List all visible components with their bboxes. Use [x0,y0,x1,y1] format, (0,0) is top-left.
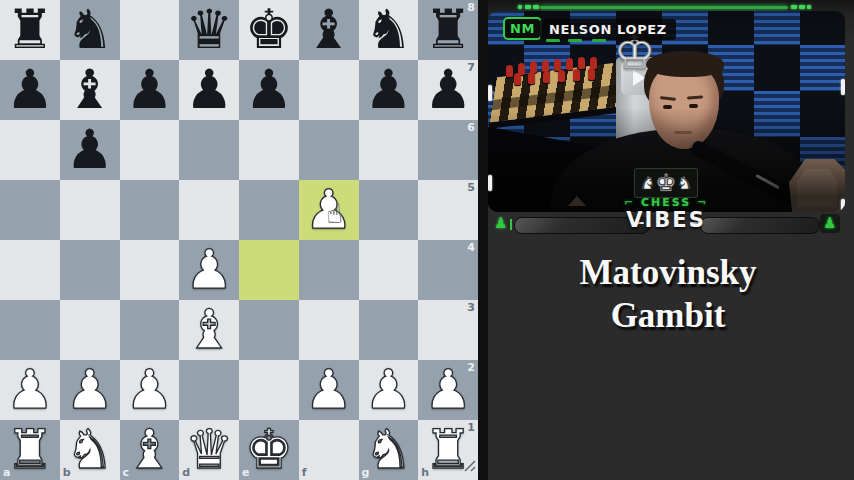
square-b3[interactable] [60,300,120,360]
square-a8[interactable]: ♜ [0,0,60,60]
board-resize-handle[interactable] [462,458,476,472]
green-dash [791,5,797,9]
rank-label-4: 4 [467,242,475,253]
square-f1[interactable]: f [299,420,359,480]
chess-vibes-logo: ♞♚♞ CHESS VIBES [478,168,854,232]
black-bishop-b7: ♝ [60,60,120,120]
square-c5[interactable] [120,180,180,240]
black-bishop-f8: ♝ [299,0,359,60]
hand-cursor: ☝ [325,200,343,228]
green-dash [799,5,805,9]
frame-mark [841,79,845,95]
white-pawn-f2: ♟ [299,360,359,420]
square-d6[interactable] [179,120,239,180]
black-knight-g8: ♞ [359,0,419,60]
black-pawn-c7: ♟ [120,60,180,120]
square-c1[interactable]: ♝c [120,420,180,480]
rank-label-5: 5 [467,182,475,193]
opening-title: Matovinsky Gambit [488,252,848,338]
square-f6[interactable] [299,120,359,180]
green-dash [518,5,522,9]
frame-mark [488,85,492,101]
file-label-g: g [362,467,370,478]
square-g2[interactable]: ♟ [359,360,419,420]
square-d5[interactable] [179,180,239,240]
square-h5[interactable]: 5 [418,180,478,240]
square-d4[interactable]: ♟ [179,240,239,300]
black-pawn-g7: ♟ [359,60,419,120]
black-queen-d8: ♛ [179,0,239,60]
square-c6[interactable] [120,120,180,180]
square-h2[interactable]: ♟2 [418,360,478,420]
square-h3[interactable]: 3 [418,300,478,360]
square-e5[interactable] [239,180,299,240]
rank-label-8: 8 [467,2,475,13]
file-label-h: h [421,467,429,478]
black-knight-b8: ♞ [60,0,120,60]
knight-icon: ♞ [677,173,692,193]
green-dash [592,39,606,42]
green-dash [546,39,560,42]
title-line-1: Matovinsky [488,252,848,294]
rank-label-1: 1 [467,422,475,433]
rank-label-6: 6 [467,122,475,133]
black-pawn-a7: ♟ [0,60,60,120]
square-g5[interactable] [359,180,419,240]
file-label-b: b [63,467,71,478]
streamer-name: NELSON LOPEZ [540,19,676,40]
square-f8[interactable]: ♝ [299,0,359,60]
square-e2[interactable] [239,360,299,420]
square-f2[interactable]: ♟ [299,360,359,420]
rank-label-3: 3 [467,302,475,313]
square-a3[interactable] [0,300,60,360]
title-badge: NM [503,17,542,40]
black-pawn-e7: ♟ [239,60,299,120]
square-b8[interactable]: ♞ [60,0,120,60]
file-label-c: c [123,467,130,478]
panel-gutter [478,0,488,480]
square-g8[interactable]: ♞ [359,0,419,60]
file-label-f: f [302,467,307,478]
king-icon: ♚ [655,169,677,197]
square-f5[interactable]: ♟☝ [299,180,359,240]
square-d1[interactable]: ♛d [179,420,239,480]
square-d8[interactable]: ♛ [179,0,239,60]
file-label-e: e [242,467,249,478]
square-b7[interactable]: ♝ [60,60,120,120]
square-h8[interactable]: ♜8 [418,0,478,60]
square-h4[interactable]: 4 [418,240,478,300]
square-a4[interactable] [0,240,60,300]
square-g3[interactable] [359,300,419,360]
logo-vibes-text: VIBES [478,208,854,232]
stream-frame-line [540,6,788,9]
chess-board[interactable]: ♜♞♛♚♝♞♜8♟♝♟♟♟♟♟7♟6♟☝5♟4♝3♟♟♟♟♟♟2♜a♞b♝c♛d… [0,0,478,480]
white-pawn-d4: ♟ [179,240,239,300]
square-h6[interactable]: 6 [418,120,478,180]
square-e3[interactable] [239,300,299,360]
green-dash [533,5,539,9]
square-e4[interactable] [239,240,299,300]
square-c7[interactable]: ♟ [120,60,180,120]
white-pawn-b2: ♟ [60,360,120,420]
green-dash [807,5,811,9]
square-b1[interactable]: ♞b [60,420,120,480]
rank-label-2: 2 [467,362,475,373]
square-d3[interactable]: ♝ [179,300,239,360]
square-e7[interactable]: ♟ [239,60,299,120]
square-b4[interactable] [60,240,120,300]
green-dash [525,5,531,9]
square-e1[interactable]: ♚e [239,420,299,480]
square-g6[interactable] [359,120,419,180]
square-b5[interactable] [60,180,120,240]
square-a6[interactable] [0,120,60,180]
title-line-2: Gambit [488,294,848,338]
square-a5[interactable] [0,180,60,240]
white-pawn-c2: ♟ [120,360,180,420]
square-f3[interactable] [299,300,359,360]
black-pawn-d7: ♟ [179,60,239,120]
white-pawn-a2: ♟ [0,360,60,420]
square-e6[interactable] [239,120,299,180]
square-a2[interactable]: ♟ [0,360,60,420]
square-f4[interactable] [299,240,359,300]
square-g1[interactable]: ♞g [359,420,419,480]
square-f7[interactable] [299,60,359,120]
square-b2[interactable]: ♟ [60,360,120,420]
stream-panel: ♔ NM NELSON LOPEZ [478,0,854,480]
square-a1[interactable]: ♜a [0,420,60,480]
square-e8[interactable]: ♚ [239,0,299,60]
square-c8[interactable] [120,0,180,60]
square-c4[interactable] [120,240,180,300]
black-rook-a8: ♜ [0,0,60,60]
white-bishop-d3: ♝ [179,300,239,360]
square-d7[interactable]: ♟ [179,60,239,120]
rank-label-7: 7 [467,62,475,73]
white-pawn-g2: ♟ [359,360,419,420]
square-d2[interactable] [179,360,239,420]
knight-icon: ♞ [640,173,655,193]
square-b6[interactable]: ♟ [60,120,120,180]
black-king-e8: ♚ [239,0,299,60]
black-pawn-b6: ♟ [60,120,120,180]
file-label-d: d [182,467,190,478]
square-a7[interactable]: ♟ [0,60,60,120]
file-label-a: a [3,467,10,478]
square-g7[interactable]: ♟ [359,60,419,120]
square-g4[interactable] [359,240,419,300]
square-h7[interactable]: ♟7 [418,60,478,120]
green-dash [568,39,582,42]
square-c3[interactable] [120,300,180,360]
app-window: ♜♞♛♚♝♞♜8♟♝♟♟♟♟♟7♟6♟☝5♟4♝3♟♟♟♟♟♟2♜a♞b♝c♛d… [0,0,854,480]
square-c2[interactable]: ♟ [120,360,180,420]
logo-emblem: ♞♚♞ [634,168,698,198]
